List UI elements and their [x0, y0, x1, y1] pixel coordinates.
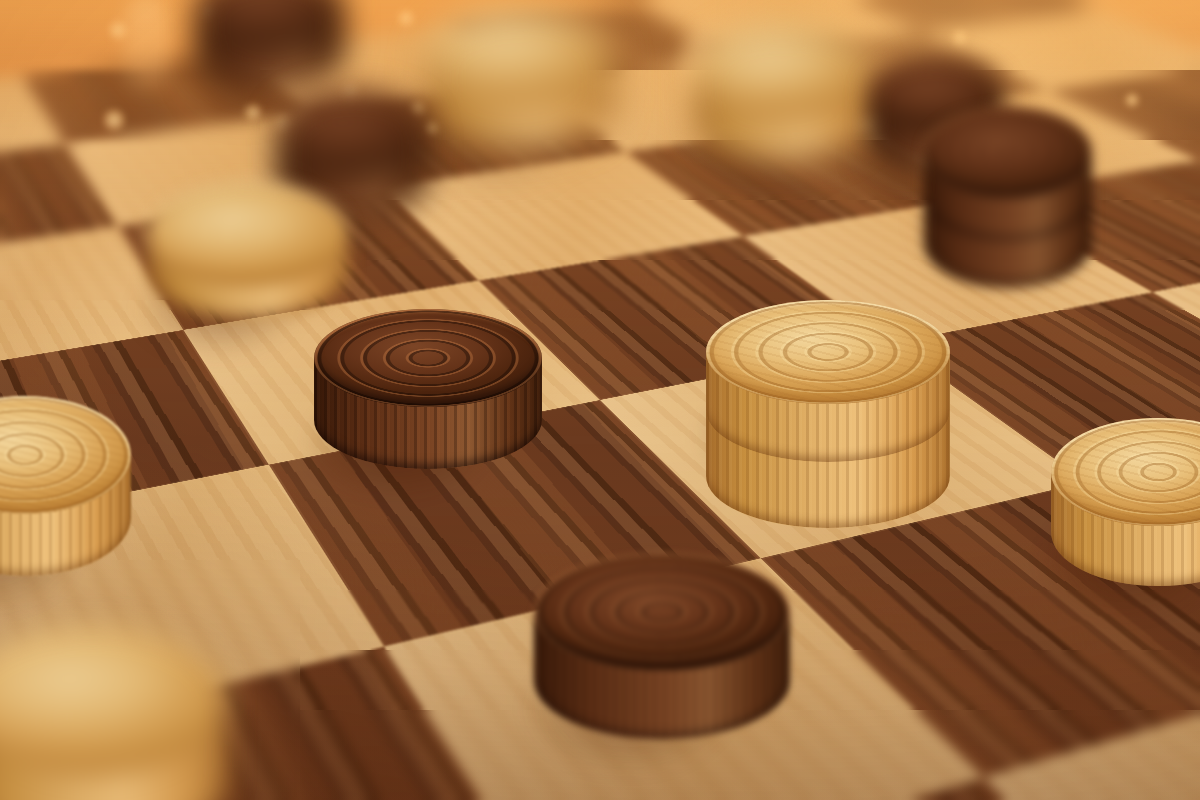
disc-face: [693, 24, 873, 120]
checker-piece-light-man[interactable]: [425, 8, 615, 150]
disc-face: [314, 309, 542, 407]
disc-face: [276, 89, 428, 175]
checker-piece-dark-man[interactable]: [534, 553, 790, 739]
disc-face: [924, 106, 1092, 198]
checker-piece-light-man[interactable]: [148, 182, 348, 320]
photo-frame: [0, 0, 1200, 800]
disc-face: [706, 300, 950, 404]
checker-piece-light-man[interactable]: [0, 396, 131, 576]
checker-piece-dark-man[interactable]: [195, 0, 345, 89]
checker-piece-dark-king[interactable]: [924, 106, 1092, 288]
checker-piece-light-king[interactable]: [706, 300, 950, 528]
disc-face: [425, 8, 615, 108]
pieces-layer: [0, 0, 1200, 800]
disc-face: [534, 553, 790, 671]
checker-piece-light-man[interactable]: [0, 625, 227, 800]
checker-piece-light-man[interactable]: [1051, 418, 1200, 586]
checker-piece-dark-man[interactable]: [314, 309, 542, 469]
disc-face: [148, 182, 348, 286]
